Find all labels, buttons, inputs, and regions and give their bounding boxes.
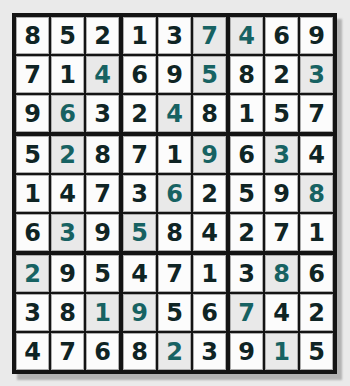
cell-r9c9[interactable]: 5: [300, 333, 333, 370]
cell-r7c5[interactable]: 7: [158, 255, 191, 292]
cell-r2c6[interactable]: 5: [193, 56, 226, 93]
box-2: 137695248: [123, 17, 226, 132]
cell-r3c9[interactable]: 7: [300, 95, 333, 132]
cell-r7c9[interactable]: 6: [300, 255, 333, 292]
cell-r6c1[interactable]: 6: [16, 214, 49, 251]
cell-r6c9[interactable]: 1: [300, 214, 333, 251]
cell-r3c7[interactable]: 1: [230, 95, 263, 132]
cell-r1c5[interactable]: 3: [158, 17, 191, 54]
cell-r3c6[interactable]: 8: [193, 95, 226, 132]
cell-r2c3[interactable]: 4: [86, 56, 119, 93]
cell-r3c2[interactable]: 6: [51, 95, 84, 132]
cell-r2c8[interactable]: 2: [265, 56, 298, 93]
cell-r4c3[interactable]: 8: [86, 136, 119, 173]
box-3: 469823157: [230, 17, 333, 132]
cell-r3c1[interactable]: 9: [16, 95, 49, 132]
cell-r1c6[interactable]: 7: [193, 17, 226, 54]
box-9: 386742915: [230, 255, 333, 370]
cell-r9c2[interactable]: 7: [51, 333, 84, 370]
cell-r6c3[interactable]: 9: [86, 214, 119, 251]
cell-r4c1[interactable]: 5: [16, 136, 49, 173]
cell-r5c6[interactable]: 2: [193, 175, 226, 212]
cell-r8c1[interactable]: 3: [16, 294, 49, 331]
cell-r4c5[interactable]: 1: [158, 136, 191, 173]
cell-r6c8[interactable]: 7: [265, 214, 298, 251]
cell-r9c5[interactable]: 2: [158, 333, 191, 370]
cell-r7c1[interactable]: 2: [16, 255, 49, 292]
cell-r2c5[interactable]: 9: [158, 56, 191, 93]
cell-r6c5[interactable]: 8: [158, 214, 191, 251]
sudoku-board: 8527149631376952484698231575281476397193…: [12, 13, 337, 374]
cell-r8c6[interactable]: 6: [193, 294, 226, 331]
cell-r1c9[interactable]: 9: [300, 17, 333, 54]
cell-r1c2[interactable]: 5: [51, 17, 84, 54]
cell-r5c8[interactable]: 9: [265, 175, 298, 212]
cell-r3c4[interactable]: 2: [123, 95, 156, 132]
cell-r5c1[interactable]: 1: [16, 175, 49, 212]
cell-r1c3[interactable]: 2: [86, 17, 119, 54]
cell-r5c3[interactable]: 7: [86, 175, 119, 212]
box-8: 471956823: [123, 255, 226, 370]
cell-r4c6[interactable]: 9: [193, 136, 226, 173]
cell-r8c3[interactable]: 1: [86, 294, 119, 331]
cell-r9c1[interactable]: 4: [16, 333, 49, 370]
box-5: 719362584: [123, 136, 226, 251]
cell-r3c3[interactable]: 3: [86, 95, 119, 132]
cell-r7c4[interactable]: 4: [123, 255, 156, 292]
box-1: 852714963: [16, 17, 119, 132]
cell-r9c6[interactable]: 3: [193, 333, 226, 370]
cell-r8c7[interactable]: 7: [230, 294, 263, 331]
cell-r1c8[interactable]: 6: [265, 17, 298, 54]
cell-r4c7[interactable]: 6: [230, 136, 263, 173]
cell-r6c6[interactable]: 4: [193, 214, 226, 251]
cell-r5c9[interactable]: 8: [300, 175, 333, 212]
cell-r4c9[interactable]: 4: [300, 136, 333, 173]
cell-r2c1[interactable]: 7: [16, 56, 49, 93]
cell-r7c2[interactable]: 9: [51, 255, 84, 292]
sudoku-page: 8527149631376952484698231575281476397193…: [0, 0, 350, 386]
cell-r8c5[interactable]: 5: [158, 294, 191, 331]
cell-r3c8[interactable]: 5: [265, 95, 298, 132]
cell-r7c6[interactable]: 1: [193, 255, 226, 292]
cell-r1c7[interactable]: 4: [230, 17, 263, 54]
cell-r3c5[interactable]: 4: [158, 95, 191, 132]
cell-r4c2[interactable]: 2: [51, 136, 84, 173]
box-7: 295381476: [16, 255, 119, 370]
cell-r6c7[interactable]: 2: [230, 214, 263, 251]
cell-r5c7[interactable]: 5: [230, 175, 263, 212]
cell-r9c7[interactable]: 9: [230, 333, 263, 370]
cell-r5c5[interactable]: 6: [158, 175, 191, 212]
cell-r7c8[interactable]: 8: [265, 255, 298, 292]
cell-r1c4[interactable]: 1: [123, 17, 156, 54]
cell-r5c4[interactable]: 3: [123, 175, 156, 212]
cell-r2c2[interactable]: 1: [51, 56, 84, 93]
cell-r9c4[interactable]: 8: [123, 333, 156, 370]
cell-r8c4[interactable]: 9: [123, 294, 156, 331]
cell-r6c4[interactable]: 5: [123, 214, 156, 251]
cell-r4c4[interactable]: 7: [123, 136, 156, 173]
box-6: 634598271: [230, 136, 333, 251]
cell-r8c9[interactable]: 2: [300, 294, 333, 331]
cell-r5c2[interactable]: 4: [51, 175, 84, 212]
cell-r8c2[interactable]: 8: [51, 294, 84, 331]
cell-r2c4[interactable]: 6: [123, 56, 156, 93]
cell-r9c8[interactable]: 1: [265, 333, 298, 370]
cell-r4c8[interactable]: 3: [265, 136, 298, 173]
cell-r7c7[interactable]: 3: [230, 255, 263, 292]
cell-r1c1[interactable]: 8: [16, 17, 49, 54]
cell-r2c7[interactable]: 8: [230, 56, 263, 93]
box-4: 528147639: [16, 136, 119, 251]
cell-r8c8[interactable]: 4: [265, 294, 298, 331]
cell-r6c2[interactable]: 3: [51, 214, 84, 251]
cell-r7c3[interactable]: 5: [86, 255, 119, 292]
cell-r9c3[interactable]: 6: [86, 333, 119, 370]
cell-r2c9[interactable]: 3: [300, 56, 333, 93]
